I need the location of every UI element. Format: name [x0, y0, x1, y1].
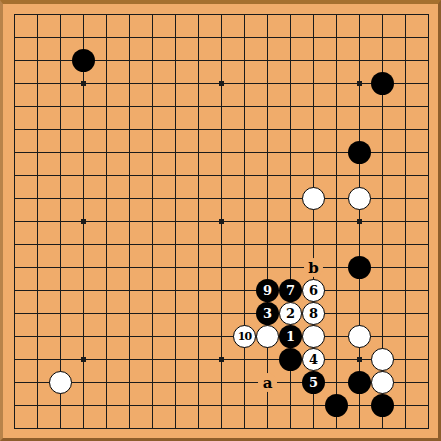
- star-point: [81, 219, 86, 224]
- move-2-white-stone: 2: [279, 302, 302, 325]
- star-point: [219, 357, 224, 362]
- move-5-black-stone: 5: [302, 371, 325, 394]
- move-3-black-stone: 3: [256, 302, 279, 325]
- white-stone: [371, 348, 394, 371]
- go-board: 97632810145ab: [0, 0, 441, 441]
- white-stone: [348, 325, 371, 348]
- star-point: [357, 81, 362, 86]
- black-stone: [279, 348, 302, 371]
- white-stone: [371, 371, 394, 394]
- move-4-white-stone: 4: [302, 348, 325, 371]
- star-point: [81, 81, 86, 86]
- white-stone: [256, 325, 279, 348]
- move-10-white-stone: 10: [233, 325, 256, 348]
- point-label-b: b: [304, 258, 323, 277]
- star-point: [357, 357, 362, 362]
- white-stone: [49, 371, 72, 394]
- move-6-white-stone: 6: [302, 279, 325, 302]
- black-stone: [348, 256, 371, 279]
- black-stone: [371, 72, 394, 95]
- white-stone: [302, 325, 325, 348]
- black-stone: [348, 371, 371, 394]
- star-point: [219, 81, 224, 86]
- black-stone: [325, 394, 348, 417]
- white-stone: [302, 187, 325, 210]
- star-point: [81, 357, 86, 362]
- black-stone: [348, 141, 371, 164]
- move-1-black-stone: 1: [279, 325, 302, 348]
- star-point: [357, 219, 362, 224]
- point-label-a: a: [258, 373, 277, 392]
- star-point: [219, 219, 224, 224]
- move-7-black-stone: 7: [279, 279, 302, 302]
- black-stone: [72, 49, 95, 72]
- white-stone: [348, 187, 371, 210]
- move-9-black-stone: 9: [256, 279, 279, 302]
- move-8-white-stone: 8: [302, 302, 325, 325]
- black-stone: [371, 394, 394, 417]
